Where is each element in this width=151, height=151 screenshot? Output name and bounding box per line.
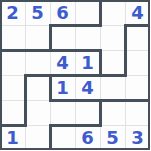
cell-r4c1[interactable]: [0, 75, 25, 100]
region-wall-v-r4c2: [49, 74, 52, 102]
cell-r4c3[interactable]: 1: [50, 75, 75, 100]
cell-r1c4[interactable]: [75, 0, 100, 25]
region-wall-h-r2c1: [0, 49, 27, 52]
cell-r5c5[interactable]: [100, 100, 125, 125]
cell-r4c4[interactable]: 4: [75, 75, 100, 100]
cell-r2c2[interactable]: [25, 25, 50, 50]
cell-r5c3[interactable]: [50, 100, 75, 125]
cell-r1c6[interactable]: 4: [125, 0, 150, 25]
region-wall-h-r1c3: [49, 24, 77, 27]
region-wall-h-r3c2: [24, 74, 52, 77]
cell-r4c5[interactable]: [100, 75, 125, 100]
region-wall-h-r5c4: [74, 124, 102, 127]
cell-r5c2[interactable]: [25, 100, 50, 125]
region-wall-h-r4c3: [49, 99, 77, 102]
cell-r5c1[interactable]: [0, 100, 25, 125]
cell-r6c2[interactable]: [25, 125, 50, 150]
region-wall-h-r1c6: [124, 24, 151, 27]
region-wall-v-r1c4: [99, 0, 102, 27]
region-wall-h-r2c3: [49, 49, 77, 52]
region-wall-h-r1c4: [74, 24, 102, 27]
cell-r1c5[interactable]: [100, 0, 125, 25]
cell-r3c5[interactable]: [100, 50, 125, 75]
cell-r2c1[interactable]: [0, 25, 25, 50]
region-wall-v-r5c4: [99, 99, 102, 127]
region-wall-v-r2c5: [124, 24, 127, 52]
region-wall-v-r3c5: [124, 49, 127, 77]
region-wall-h-r2c2: [24, 49, 52, 52]
cell-r4c2[interactable]: [25, 75, 50, 100]
screenshot-stage: 256441141653: [0, 0, 150, 150]
region-wall-h-r4c6: [124, 99, 151, 102]
cell-r2c6[interactable]: [125, 25, 150, 50]
region-wall-v-r4c1: [24, 74, 27, 102]
region-wall-h-r4c4: [74, 99, 102, 102]
cell-r5c6[interactable]: [125, 100, 150, 125]
cell-r3c3[interactable]: 4: [50, 50, 75, 75]
region-wall-h-r4c5: [99, 99, 127, 102]
cell-r2c4[interactable]: [75, 25, 100, 50]
cell-r1c3[interactable]: 6: [50, 0, 75, 25]
region-wall-v-r2c2: [49, 24, 52, 52]
cell-r4c6[interactable]: [125, 75, 150, 100]
cell-r3c2[interactable]: [25, 50, 50, 75]
cell-r6c4[interactable]: 6: [75, 125, 100, 150]
region-wall-v-r3c4: [99, 49, 102, 77]
cell-r6c1[interactable]: 1: [0, 125, 25, 150]
region-wall-h-r5c1: [0, 124, 27, 127]
sudoku-board: 256441141653: [0, 0, 150, 150]
cell-r3c6[interactable]: [125, 50, 150, 75]
cell-r2c5[interactable]: [100, 25, 125, 50]
region-wall-h-r2c4: [74, 49, 102, 52]
cell-r3c1[interactable]: [0, 50, 25, 75]
cell-r6c5[interactable]: 5: [100, 125, 125, 150]
cell-r2c3[interactable]: [50, 25, 75, 50]
region-wall-h-r5c3: [49, 124, 77, 127]
region-wall-h-r3c3: [49, 74, 77, 77]
cell-r6c6[interactable]: 3: [125, 125, 150, 150]
cell-r1c2[interactable]: 5: [25, 0, 50, 25]
cell-r3c4[interactable]: 1: [75, 50, 100, 75]
region-wall-v-r6c2: [49, 124, 52, 151]
region-wall-h-r3c4: [74, 74, 102, 77]
region-wall-h-r3c5: [99, 74, 127, 77]
cell-r6c3[interactable]: [50, 125, 75, 150]
cell-r5c4[interactable]: [75, 100, 100, 125]
cell-r1c1[interactable]: 2: [0, 0, 25, 25]
region-wall-v-r5c1: [24, 99, 27, 127]
